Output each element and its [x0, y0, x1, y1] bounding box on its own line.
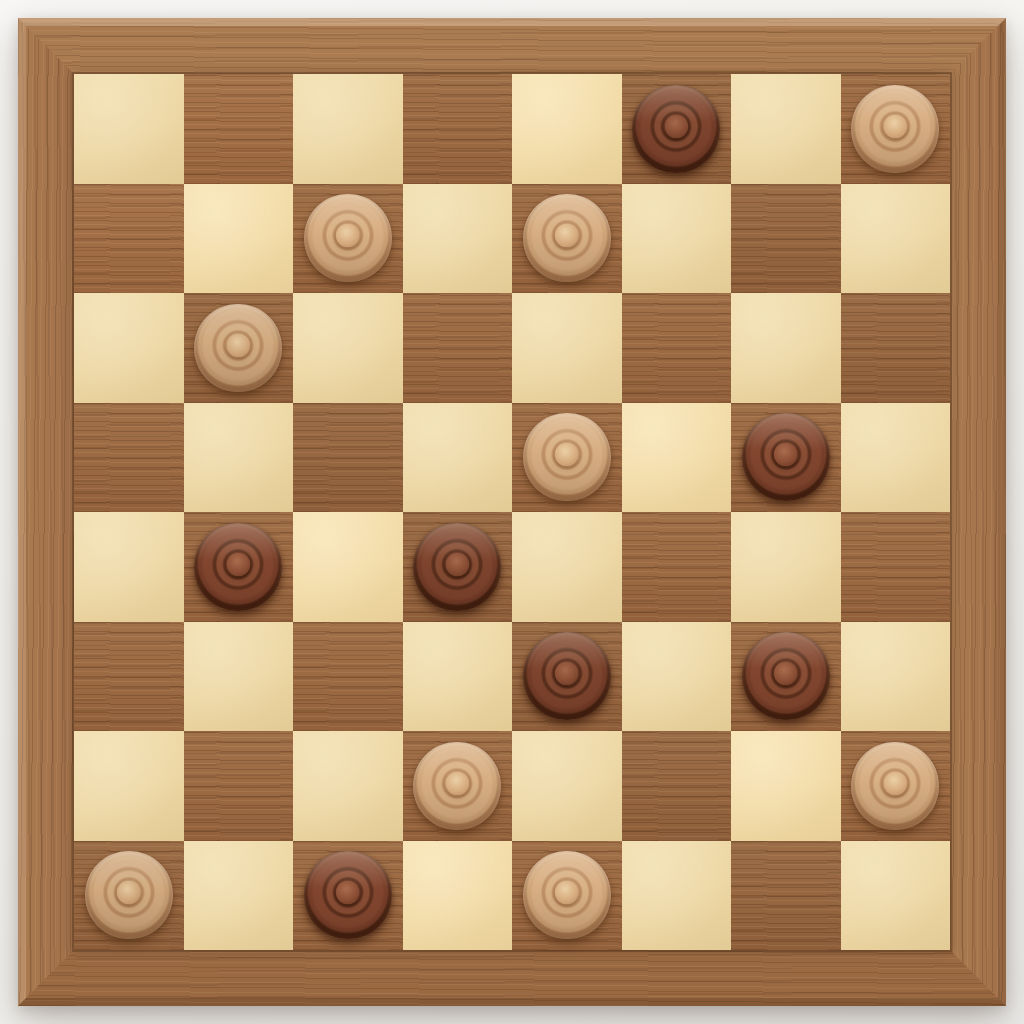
- piece-center-dome: [884, 115, 907, 138]
- square-r6c4[interactable]: [403, 622, 513, 732]
- square-r7c3[interactable]: [293, 731, 403, 841]
- square-r6c1[interactable]: [74, 622, 184, 732]
- square-r3c6[interactable]: [622, 293, 732, 403]
- square-r8c8[interactable]: [841, 841, 951, 951]
- square-r7c5[interactable]: [512, 731, 622, 841]
- piece-center-dome: [227, 553, 250, 576]
- square-r1c5[interactable]: [512, 74, 622, 184]
- square-r5c5[interactable]: [512, 512, 622, 622]
- piece-center-dome: [884, 772, 907, 795]
- piece-center-dome: [336, 881, 359, 904]
- square-r2c1[interactable]: [74, 184, 184, 294]
- checker-piece-light[interactable]: [851, 742, 939, 830]
- square-r8c2[interactable]: [184, 841, 294, 951]
- square-r8c4[interactable]: [403, 841, 513, 951]
- square-r7c6[interactable]: [622, 731, 732, 841]
- square-r8c5[interactable]: [512, 841, 622, 951]
- square-r1c3[interactable]: [293, 74, 403, 184]
- square-r4c2[interactable]: [184, 403, 294, 513]
- square-r5c8[interactable]: [841, 512, 951, 622]
- square-r6c2[interactable]: [184, 622, 294, 732]
- piece-center-dome: [555, 224, 578, 247]
- square-r7c1[interactable]: [74, 731, 184, 841]
- square-r4c5[interactable]: [512, 403, 622, 513]
- square-r6c5[interactable]: [512, 622, 622, 732]
- board-grid: [74, 74, 950, 950]
- square-r6c8[interactable]: [841, 622, 951, 732]
- piece-center-dome: [446, 553, 469, 576]
- checker-piece-light[interactable]: [523, 413, 611, 501]
- checker-piece-light[interactable]: [523, 851, 611, 939]
- square-r3c1[interactable]: [74, 293, 184, 403]
- checker-piece-dark[interactable]: [413, 523, 501, 611]
- square-r3c3[interactable]: [293, 293, 403, 403]
- square-r5c3[interactable]: [293, 512, 403, 622]
- checker-piece-light[interactable]: [523, 194, 611, 282]
- square-r3c7[interactable]: [731, 293, 841, 403]
- square-r7c2[interactable]: [184, 731, 294, 841]
- checker-piece-dark[interactable]: [304, 851, 392, 939]
- piece-center-dome: [336, 224, 359, 247]
- checker-piece-light[interactable]: [304, 194, 392, 282]
- square-r8c6[interactable]: [622, 841, 732, 951]
- square-r4c3[interactable]: [293, 403, 403, 513]
- board-frame-right-rail: [950, 18, 1006, 1006]
- square-r6c3[interactable]: [293, 622, 403, 732]
- checker-piece-light[interactable]: [851, 85, 939, 173]
- square-r2c2[interactable]: [184, 184, 294, 294]
- square-r5c1[interactable]: [74, 512, 184, 622]
- checker-piece-dark[interactable]: [194, 523, 282, 611]
- piece-center-dome: [117, 881, 140, 904]
- square-r4c6[interactable]: [622, 403, 732, 513]
- square-r1c1[interactable]: [74, 74, 184, 184]
- square-r6c7[interactable]: [731, 622, 841, 732]
- square-r1c2[interactable]: [184, 74, 294, 184]
- square-r7c7[interactable]: [731, 731, 841, 841]
- square-r5c2[interactable]: [184, 512, 294, 622]
- board-frame-left-rail: [18, 18, 74, 1006]
- piece-center-dome: [446, 772, 469, 795]
- piece-center-dome: [555, 662, 578, 685]
- checker-piece-dark[interactable]: [632, 85, 720, 173]
- square-r8c1[interactable]: [74, 841, 184, 951]
- square-r3c4[interactable]: [403, 293, 513, 403]
- square-r5c4[interactable]: [403, 512, 513, 622]
- square-r5c6[interactable]: [622, 512, 732, 622]
- piece-center-dome: [555, 881, 578, 904]
- square-r4c7[interactable]: [731, 403, 841, 513]
- checker-piece-dark[interactable]: [523, 632, 611, 720]
- square-r3c8[interactable]: [841, 293, 951, 403]
- piece-center-dome: [555, 443, 578, 466]
- checker-piece-light[interactable]: [194, 304, 282, 392]
- checker-piece-light[interactable]: [413, 742, 501, 830]
- square-r2c5[interactable]: [512, 184, 622, 294]
- square-r4c4[interactable]: [403, 403, 513, 513]
- square-r2c4[interactable]: [403, 184, 513, 294]
- piece-center-dome: [774, 662, 797, 685]
- piece-center-dome: [227, 334, 250, 357]
- square-r7c8[interactable]: [841, 731, 951, 841]
- square-r2c3[interactable]: [293, 184, 403, 294]
- square-r2c6[interactable]: [622, 184, 732, 294]
- square-r1c7[interactable]: [731, 74, 841, 184]
- checker-piece-light[interactable]: [85, 851, 173, 939]
- square-r1c6[interactable]: [622, 74, 732, 184]
- square-r4c1[interactable]: [74, 403, 184, 513]
- square-r8c3[interactable]: [293, 841, 403, 951]
- square-r8c7[interactable]: [731, 841, 841, 951]
- square-r2c7[interactable]: [731, 184, 841, 294]
- square-r2c8[interactable]: [841, 184, 951, 294]
- piece-center-dome: [774, 443, 797, 466]
- checker-piece-dark[interactable]: [742, 632, 830, 720]
- square-r4c8[interactable]: [841, 403, 951, 513]
- square-r6c6[interactable]: [622, 622, 732, 732]
- checkers-board: [18, 18, 1006, 1006]
- checker-piece-dark[interactable]: [742, 413, 830, 501]
- square-r3c2[interactable]: [184, 293, 294, 403]
- square-r7c4[interactable]: [403, 731, 513, 841]
- square-r1c8[interactable]: [841, 74, 951, 184]
- square-r1c4[interactable]: [403, 74, 513, 184]
- square-r5c7[interactable]: [731, 512, 841, 622]
- square-r3c5[interactable]: [512, 293, 622, 403]
- piece-center-dome: [665, 115, 688, 138]
